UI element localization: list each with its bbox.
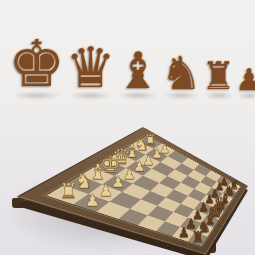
display-knight: ♞ [160, 52, 201, 94]
display-rook: ♜ [202, 59, 236, 94]
piece-shadow [68, 92, 112, 99]
piece-shadow [204, 92, 234, 99]
queen-icon: ♛ [65, 35, 115, 100]
display-king: ♚ [8, 35, 65, 94]
piece-shadow [237, 92, 255, 99]
display-bishop: ♝ [116, 48, 161, 94]
chess-set-photo: ♚♛♝♞♜♟ ♜♞♝♛♚♝♞♜♟♟♟♟♟♟♟♟♟♟♟♟♟♟♟♟♜♞♝♛♚♝♞♜ [0, 0, 255, 255]
display-queen: ♛ [65, 42, 115, 94]
piece-shadow [11, 92, 62, 99]
display-pieces-row: ♚♛♝♞♜♟ [8, 12, 247, 94]
king-icon: ♚ [8, 27, 65, 101]
piece-shadow [118, 92, 157, 99]
display-pawn: ♟ [236, 66, 255, 94]
piece-shadow [163, 92, 199, 99]
